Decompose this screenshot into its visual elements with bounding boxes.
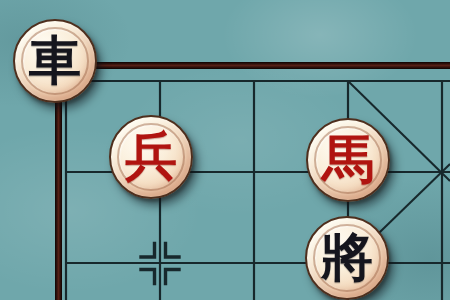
piece-red-soldier[interactable]: 兵 bbox=[109, 115, 193, 199]
piece-red-horse[interactable]: 馬 bbox=[306, 118, 390, 202]
point-marker-ur bbox=[166, 244, 180, 258]
piece-red-horse-glyph: 馬 bbox=[322, 133, 374, 185]
point-marker-ul bbox=[141, 244, 155, 258]
piece-black-general[interactable]: 將 bbox=[305, 216, 389, 300]
piece-red-soldier-glyph: 兵 bbox=[125, 130, 177, 182]
grid-lines bbox=[65, 80, 450, 300]
piece-black-chariot-glyph: 車 bbox=[29, 34, 81, 86]
xiangqi-board[interactable]: 車 兵 馬 將 bbox=[0, 0, 450, 300]
point-marker-lr bbox=[166, 270, 180, 284]
piece-black-general-glyph: 將 bbox=[321, 231, 373, 283]
piece-black-chariot[interactable]: 車 bbox=[13, 19, 97, 103]
outer-border-top bbox=[55, 62, 450, 69]
point-marker-ll bbox=[141, 270, 155, 284]
